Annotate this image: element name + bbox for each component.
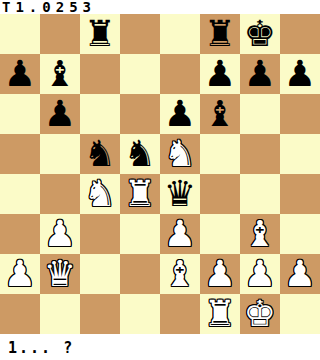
square-f6[interactable]: ♝ — [200, 94, 240, 134]
white-bishop-g3[interactable]: ♝ — [244, 214, 276, 254]
black-king-g8[interactable]: ♚ — [244, 14, 276, 54]
white-bishop-e2[interactable]: ♝ — [164, 254, 196, 294]
white-pawn-a2[interactable]: ♟ — [4, 254, 36, 294]
black-bishop-f6[interactable]: ♝ — [204, 94, 236, 134]
black-pawn-f7[interactable]: ♟ — [204, 54, 236, 94]
square-e4[interactable]: ♛ — [160, 174, 200, 214]
black-knight-d5[interactable]: ♞ — [124, 134, 156, 174]
square-g8[interactable]: ♚ — [240, 14, 280, 54]
square-h7[interactable]: ♟ — [280, 54, 320, 94]
square-g3[interactable]: ♝ — [240, 214, 280, 254]
square-g4[interactable] — [240, 174, 280, 214]
square-a4[interactable] — [0, 174, 40, 214]
square-h8[interactable] — [280, 14, 320, 54]
square-c2[interactable] — [80, 254, 120, 294]
white-knight-c4[interactable]: ♞ — [84, 174, 116, 214]
black-bishop-b7[interactable]: ♝ — [44, 54, 76, 94]
white-pawn-h2[interactable]: ♟ — [284, 254, 316, 294]
square-d8[interactable] — [120, 14, 160, 54]
black-pawn-e6[interactable]: ♟ — [164, 94, 196, 134]
square-c4[interactable]: ♞ — [80, 174, 120, 214]
square-f3[interactable] — [200, 214, 240, 254]
square-d4[interactable]: ♜ — [120, 174, 160, 214]
white-queen-b2[interactable]: ♛ — [44, 254, 76, 294]
white-rook-f1[interactable]: ♜ — [204, 294, 236, 334]
square-a7[interactable]: ♟ — [0, 54, 40, 94]
square-b8[interactable] — [40, 14, 80, 54]
square-h6[interactable] — [280, 94, 320, 134]
white-pawn-e3[interactable]: ♟ — [164, 214, 196, 254]
square-e6[interactable]: ♟ — [160, 94, 200, 134]
square-e5[interactable]: ♞ — [160, 134, 200, 174]
black-queen-e4[interactable]: ♛ — [164, 174, 196, 214]
square-b3[interactable]: ♟ — [40, 214, 80, 254]
puzzle-title: T1.0253 — [0, 0, 320, 14]
white-king-g1[interactable]: ♚ — [244, 294, 276, 334]
square-g2[interactable]: ♟ — [240, 254, 280, 294]
square-c6[interactable] — [80, 94, 120, 134]
square-d3[interactable] — [120, 214, 160, 254]
square-e3[interactable]: ♟ — [160, 214, 200, 254]
square-f5[interactable] — [200, 134, 240, 174]
square-a5[interactable] — [0, 134, 40, 174]
black-pawn-g7[interactable]: ♟ — [244, 54, 276, 94]
square-e1[interactable] — [160, 294, 200, 334]
black-pawn-b6[interactable]: ♟ — [44, 94, 76, 134]
white-pawn-f2[interactable]: ♟ — [204, 254, 236, 294]
square-g1[interactable]: ♚ — [240, 294, 280, 334]
square-b7[interactable]: ♝ — [40, 54, 80, 94]
square-a2[interactable]: ♟ — [0, 254, 40, 294]
square-h3[interactable] — [280, 214, 320, 254]
square-h5[interactable] — [280, 134, 320, 174]
square-g7[interactable]: ♟ — [240, 54, 280, 94]
square-c3[interactable] — [80, 214, 120, 254]
square-f2[interactable]: ♟ — [200, 254, 240, 294]
square-b2[interactable]: ♛ — [40, 254, 80, 294]
square-b4[interactable] — [40, 174, 80, 214]
square-h4[interactable] — [280, 174, 320, 214]
square-d1[interactable] — [120, 294, 160, 334]
puzzle-window: T1.0253 ♜♜♚♟♝♟♟♟♟♟♝♞♞♞♞♜♛♟♟♝♟♛♝♟♟♟♜♚ 1..… — [0, 0, 320, 360]
square-a8[interactable] — [0, 14, 40, 54]
square-f8[interactable]: ♜ — [200, 14, 240, 54]
white-pawn-b3[interactable]: ♟ — [44, 214, 76, 254]
white-pawn-g2[interactable]: ♟ — [244, 254, 276, 294]
square-a1[interactable] — [0, 294, 40, 334]
square-e8[interactable] — [160, 14, 200, 54]
white-rook-d4[interactable]: ♜ — [124, 174, 156, 214]
chess-board: ♜♜♚♟♝♟♟♟♟♟♝♞♞♞♞♜♛♟♟♝♟♛♝♟♟♟♜♚ — [0, 14, 320, 334]
square-a3[interactable] — [0, 214, 40, 254]
square-g5[interactable] — [240, 134, 280, 174]
square-d7[interactable] — [120, 54, 160, 94]
square-h2[interactable]: ♟ — [280, 254, 320, 294]
square-c7[interactable] — [80, 54, 120, 94]
square-c1[interactable] — [80, 294, 120, 334]
square-e7[interactable] — [160, 54, 200, 94]
black-pawn-a7[interactable]: ♟ — [4, 54, 36, 94]
square-c8[interactable]: ♜ — [80, 14, 120, 54]
square-g6[interactable] — [240, 94, 280, 134]
square-b1[interactable] — [40, 294, 80, 334]
black-rook-c8[interactable]: ♜ — [84, 14, 116, 54]
black-knight-c5[interactable]: ♞ — [84, 134, 116, 174]
square-a6[interactable] — [0, 94, 40, 134]
square-f7[interactable]: ♟ — [200, 54, 240, 94]
square-f1[interactable]: ♜ — [200, 294, 240, 334]
square-d6[interactable] — [120, 94, 160, 134]
white-knight-e5[interactable]: ♞ — [164, 134, 196, 174]
square-b6[interactable]: ♟ — [40, 94, 80, 134]
square-d5[interactable]: ♞ — [120, 134, 160, 174]
black-pawn-h7[interactable]: ♟ — [284, 54, 316, 94]
move-prompt: 1... ? — [0, 334, 320, 360]
square-e2[interactable]: ♝ — [160, 254, 200, 294]
square-c5[interactable]: ♞ — [80, 134, 120, 174]
square-d2[interactable] — [120, 254, 160, 294]
black-rook-f8[interactable]: ♜ — [204, 14, 236, 54]
square-b5[interactable] — [40, 134, 80, 174]
square-f4[interactable] — [200, 174, 240, 214]
square-h1[interactable] — [280, 294, 320, 334]
